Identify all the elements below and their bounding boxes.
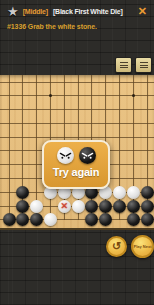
solution-button[interactable]	[135, 57, 152, 73]
refresh-icon: ↺	[112, 240, 121, 253]
next-label: Play Next	[133, 245, 151, 249]
star-point	[132, 94, 135, 97]
white-stone[interactable]	[44, 213, 57, 226]
grid-line-horizontal	[0, 109, 154, 110]
white-stone[interactable]	[72, 200, 85, 213]
grid-line-horizontal	[0, 82, 154, 83]
black-stone[interactable]	[113, 200, 126, 213]
black-stone[interactable]	[85, 213, 98, 226]
black-stone[interactable]	[16, 200, 29, 213]
retry-button[interactable]: ↺	[106, 236, 127, 257]
black-stone[interactable]	[99, 213, 112, 226]
puzzle-instruction: #1336 Grab the white stone.	[7, 23, 154, 30]
black-stone[interactable]	[16, 213, 29, 226]
try-again-popup: Try again	[42, 140, 110, 189]
grid-line-horizontal	[0, 123, 154, 124]
black-stone[interactable]	[16, 186, 29, 199]
grid-line-horizontal	[0, 95, 154, 96]
black-stone[interactable]	[127, 200, 140, 213]
close-icon[interactable]: ✕	[138, 6, 147, 17]
try-again-message: Try again	[44, 166, 108, 178]
footer: ↺ Play Next	[0, 230, 154, 305]
header: ★ [Middle] [Black First White Die] ✕ #13…	[0, 0, 154, 75]
board-tool-buttons	[115, 57, 152, 73]
favorite-star-icon[interactable]: ★	[7, 5, 19, 18]
angry-white-stone-icon	[57, 147, 74, 164]
grid-line-vertical	[36, 75, 37, 220]
app-screen: ★ [Middle] [Black First White Die] ✕ #13…	[0, 0, 154, 305]
black-stone[interactable]	[85, 200, 98, 213]
star-point	[49, 94, 52, 97]
hint-button[interactable]	[115, 57, 132, 73]
black-stone[interactable]	[141, 213, 154, 226]
white-stone[interactable]	[127, 186, 140, 199]
black-stone[interactable]	[127, 213, 140, 226]
popup-stone-icons	[44, 147, 108, 164]
white-stone[interactable]	[30, 200, 43, 213]
difficulty-tag: [Middle]	[23, 8, 48, 15]
tiny-text-glyph	[120, 62, 128, 68]
black-stone[interactable]	[141, 200, 154, 213]
black-stone[interactable]	[3, 213, 16, 226]
grid-line-horizontal	[0, 137, 154, 138]
white-stone[interactable]	[113, 186, 126, 199]
black-stone[interactable]	[30, 213, 43, 226]
white-stone[interactable]: ✕	[58, 200, 71, 213]
tiny-text-glyph	[140, 62, 148, 68]
title-bar: ★ [Middle] [Black First White Die] ✕	[0, 0, 154, 18]
angry-black-stone-icon	[79, 147, 96, 164]
black-stone[interactable]	[141, 186, 154, 199]
next-problem-button[interactable]: Play Next	[131, 235, 154, 258]
black-stone[interactable]	[99, 200, 112, 213]
puzzle-category-title: [Black First White Die]	[53, 8, 123, 15]
grid-line-vertical	[9, 75, 10, 220]
wrong-move-x-marker: ✕	[58, 200, 71, 213]
